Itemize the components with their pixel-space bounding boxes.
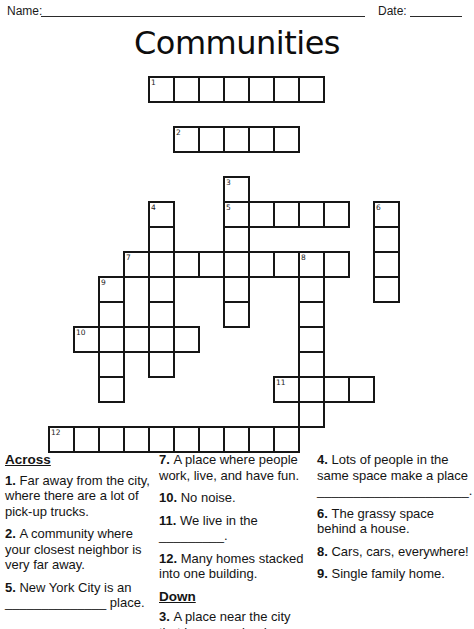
cell-r2-c8[interactable] [248,126,275,153]
worksheet-page: Name: Date: Communities 123546789101112 … [0,0,474,629]
cell-r0-c8[interactable] [248,76,275,103]
cell-r9-c7[interactable] [223,301,250,328]
clue-number-1: 1. [5,473,19,488]
cell-r10-c5[interactable] [173,326,200,353]
cell-r9-c10[interactable] [298,301,325,328]
clue-9: 9. Single family home. [317,566,471,582]
cell-r8-c4[interactable] [148,276,175,303]
cell-r10-c4[interactable] [148,326,175,353]
cell-r14-c8[interactable] [248,426,275,453]
cell-r2-c5[interactable]: 2 [173,126,200,153]
cell-r14-c9[interactable] [273,426,300,453]
cell-number-3: 3 [226,178,231,187]
clue-5: 5. New York City is an ______________ pl… [5,580,154,611]
clue-number-2: 2. [5,526,19,541]
cell-number-4: 4 [151,203,156,212]
cell-r12-c12[interactable] [348,376,375,403]
cell-r5-c13[interactable]: 6 [373,201,400,228]
cell-r5-c4[interactable]: 4 [148,201,175,228]
cell-r12-c9[interactable]: 11 [273,376,300,403]
cell-r10-c2[interactable] [98,326,125,353]
cell-r4-c7[interactable]: 3 [223,176,250,203]
clue-6: 6. The grassy space behind a house. [317,506,471,537]
cell-number-1: 1 [151,78,156,87]
cell-r13-c10[interactable] [298,401,325,428]
cell-r11-c4[interactable] [148,351,175,378]
cell-r7-c5[interactable] [173,251,200,278]
cell-r14-c0[interactable]: 12 [48,426,75,453]
clue-number-5: 5. [5,580,19,595]
cell-number-5: 5 [226,203,231,212]
name-blank-line[interactable] [41,4,365,17]
cell-r0-c6[interactable] [198,76,225,103]
cell-r5-c9[interactable] [273,201,300,228]
cell-r7-c7[interactable] [223,251,250,278]
cell-r2-c6[interactable] [198,126,225,153]
cell-r5-c8[interactable] [248,201,275,228]
cell-r5-c11[interactable] [323,201,350,228]
cell-r0-c5[interactable] [173,76,200,103]
clue-4: 4. Lots of people in the same space make… [317,452,471,499]
clue-number-4: 4. [317,452,331,467]
cell-number-10: 10 [76,328,86,337]
clue-column-middle: 7. A place where people work, live, and … [159,452,309,629]
cell-r7-c13[interactable] [373,251,400,278]
clue-7: 7. A place where people work, live, and … [159,452,309,483]
clue-1: 1. Far away from the city, where there a… [5,473,154,520]
cell-r14-c3[interactable] [123,426,150,453]
cell-r6-c7[interactable] [223,226,250,253]
cell-r8-c7[interactable] [223,276,250,303]
date-label: Date: [378,4,407,18]
cell-r12-c11[interactable] [323,376,350,403]
clue-number-3: 3. [159,609,173,624]
cell-r0-c10[interactable] [298,76,325,103]
cell-r14-c7[interactable] [223,426,250,453]
clue-number-6: 6. [317,506,331,521]
cell-r14-c4[interactable] [148,426,175,453]
clue-10: 10. No noise. [159,490,309,506]
clue-column-down: 4. Lots of people in the same space make… [317,452,471,589]
cell-r14-c6[interactable] [198,426,225,453]
cell-r0-c4[interactable]: 1 [148,76,175,103]
cell-number-12: 12 [51,428,61,437]
cell-r8-c2[interactable]: 9 [98,276,125,303]
across-header: Across [5,452,154,468]
clue-number-9: 9. [317,566,331,581]
cell-r11-c2[interactable] [98,351,125,378]
clue-2: 2. A community where your closest neighb… [5,526,154,573]
cell-r10-c10[interactable] [298,326,325,353]
cell-r12-c2[interactable] [98,376,125,403]
clue-number-7: 7. [159,452,173,467]
cell-r14-c2[interactable] [98,426,125,453]
cell-r5-c10[interactable] [298,201,325,228]
clue-11: 11. We live in the _________. [159,513,309,544]
cell-r8-c10[interactable] [298,276,325,303]
cell-r9-c4[interactable] [148,301,175,328]
clue-column-across: Across1. Far away from the city, where t… [5,452,154,618]
cell-r6-c13[interactable] [373,226,400,253]
cell-r7-c9[interactable] [273,251,300,278]
page-title: Communities [0,24,474,62]
cell-r10-c3[interactable] [123,326,150,353]
cell-r7-c4[interactable] [148,251,175,278]
cell-r7-c3[interactable]: 7 [123,251,150,278]
cell-r14-c1[interactable] [73,426,100,453]
clue-8: 8. Cars, cars, everywhere! [317,544,471,560]
cell-r7-c10[interactable]: 8 [298,251,325,278]
date-blank-line[interactable] [410,4,462,17]
cell-number-11: 11 [276,378,286,387]
cell-r7-c11[interactable] [323,251,350,278]
cell-r12-c10[interactable] [298,376,325,403]
cell-r7-c6[interactable] [198,251,225,278]
cell-number-7: 7 [126,253,131,262]
clue-number-12: 12. [159,551,181,566]
clue-12: 12. Many homes stacked into one building… [159,551,309,582]
cell-r14-c5[interactable] [173,426,200,453]
cell-number-9: 9 [101,278,106,287]
clue-number-8: 8. [317,544,331,559]
clue-3: 3. A place near the city that has more l… [159,609,309,629]
cell-r9-c2[interactable] [98,301,125,328]
cell-number-2: 2 [176,128,181,137]
crossword-board: 123546789101112 [48,76,402,455]
name-label: Name: [7,4,42,18]
cell-r6-c4[interactable] [148,226,175,253]
cell-r0-c7[interactable] [223,76,250,103]
cell-r8-c13[interactable] [373,276,400,303]
cell-r0-c9[interactable] [273,76,300,103]
cell-r2-c7[interactable] [223,126,250,153]
cell-r2-c9[interactable] [273,126,300,153]
cell-number-6: 6 [376,203,381,212]
clue-number-10: 10. [159,490,181,505]
cell-r5-c7[interactable]: 5 [223,201,250,228]
cell-r10-c1[interactable]: 10 [73,326,100,353]
cell-r11-c10[interactable] [298,351,325,378]
down-header: Down [159,589,309,605]
cell-r7-c8[interactable] [248,251,275,278]
clue-number-11: 11. [159,513,180,528]
cell-number-8: 8 [301,253,306,262]
